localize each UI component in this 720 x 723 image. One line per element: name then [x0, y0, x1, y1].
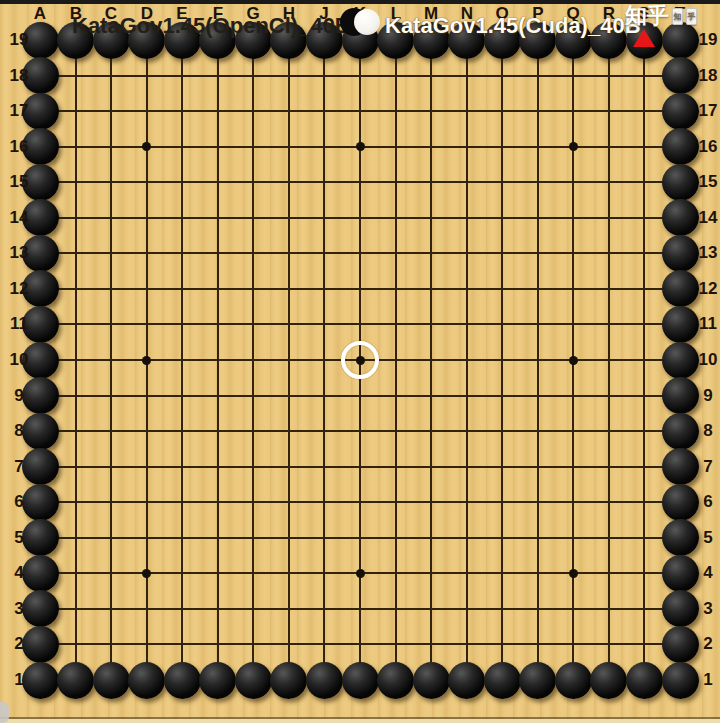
black-stone[interactable]: [199, 662, 236, 699]
intersection[interactable]: [164, 342, 200, 378]
intersection[interactable]: [271, 449, 307, 485]
intersection[interactable]: [378, 129, 414, 165]
intersection[interactable]: [520, 484, 556, 520]
intersection[interactable]: [271, 627, 307, 663]
intersection[interactable]: [93, 449, 129, 485]
intersection[interactable]: [378, 164, 414, 200]
intersection[interactable]: [342, 556, 378, 592]
intersection[interactable]: [378, 93, 414, 129]
intersection[interactable]: [342, 164, 378, 200]
intersection[interactable]: [378, 236, 414, 272]
intersection[interactable]: [58, 342, 94, 378]
intersection[interactable]: [591, 378, 627, 414]
intersection[interactable]: [164, 449, 200, 485]
intersection[interactable]: [556, 342, 592, 378]
intersection[interactable]: [93, 236, 129, 272]
intersection[interactable]: [58, 627, 94, 663]
intersection[interactable]: [58, 449, 94, 485]
intersection[interactable]: [449, 342, 485, 378]
intersection[interactable]: [556, 164, 592, 200]
intersection[interactable]: [129, 342, 165, 378]
intersection[interactable]: [591, 342, 627, 378]
intersection[interactable]: [378, 556, 414, 592]
intersection[interactable]: [236, 58, 272, 94]
intersection[interactable]: [236, 484, 272, 520]
intersection[interactable]: [236, 200, 272, 236]
intersection[interactable]: [58, 93, 94, 129]
intersection[interactable]: [164, 129, 200, 165]
intersection[interactable]: [200, 200, 236, 236]
intersection[interactable]: [556, 378, 592, 414]
intersection[interactable]: [93, 378, 129, 414]
intersection[interactable]: [591, 271, 627, 307]
intersection[interactable]: [520, 271, 556, 307]
intersection[interactable]: [271, 58, 307, 94]
intersection[interactable]: [58, 129, 94, 165]
intersection[interactable]: [58, 591, 94, 627]
intersection[interactable]: [236, 627, 272, 663]
intersection[interactable]: [627, 93, 663, 129]
intersection[interactable]: [627, 413, 663, 449]
intersection[interactable]: [200, 271, 236, 307]
intersection[interactable]: [449, 627, 485, 663]
intersection[interactable]: [520, 520, 556, 556]
intersection[interactable]: [413, 307, 449, 343]
intersection[interactable]: [307, 93, 343, 129]
intersection[interactable]: [556, 627, 592, 663]
intersection[interactable]: [342, 449, 378, 485]
intersection[interactable]: [307, 591, 343, 627]
intersection[interactable]: [164, 93, 200, 129]
intersection[interactable]: [271, 556, 307, 592]
intersection[interactable]: [627, 520, 663, 556]
intersection[interactable]: [93, 413, 129, 449]
intersection[interactable]: [164, 556, 200, 592]
intersection[interactable]: [164, 484, 200, 520]
intersection[interactable]: [342, 200, 378, 236]
intersection[interactable]: [164, 378, 200, 414]
intersection[interactable]: [520, 591, 556, 627]
intersection[interactable]: [93, 93, 129, 129]
black-stone[interactable]: [128, 662, 165, 699]
black-stone[interactable]: [164, 662, 201, 699]
intersection[interactable]: [484, 58, 520, 94]
intersection[interactable]: [342, 591, 378, 627]
intersection[interactable]: [484, 342, 520, 378]
intersection[interactable]: [200, 556, 236, 592]
intersection[interactable]: [93, 200, 129, 236]
intersection[interactable]: [129, 556, 165, 592]
intersection[interactable]: [484, 236, 520, 272]
intersection[interactable]: [627, 484, 663, 520]
black-stone[interactable]: [448, 662, 485, 699]
black-stone[interactable]: [342, 662, 379, 699]
intersection[interactable]: [556, 449, 592, 485]
intersection[interactable]: [129, 307, 165, 343]
intersection[interactable]: [307, 58, 343, 94]
black-stone[interactable]: [590, 662, 627, 699]
intersection[interactable]: [556, 520, 592, 556]
intersection[interactable]: [200, 484, 236, 520]
intersection[interactable]: [93, 164, 129, 200]
intersection[interactable]: [449, 449, 485, 485]
intersection[interactable]: [129, 449, 165, 485]
intersection[interactable]: [129, 378, 165, 414]
intersection[interactable]: [484, 129, 520, 165]
intersection[interactable]: [413, 236, 449, 272]
intersection[interactable]: [413, 378, 449, 414]
intersection[interactable]: [484, 591, 520, 627]
intersection[interactable]: [413, 520, 449, 556]
intersection[interactable]: [591, 556, 627, 592]
intersection[interactable]: [413, 627, 449, 663]
intersection[interactable]: [164, 164, 200, 200]
intersection[interactable]: [520, 129, 556, 165]
intersection[interactable]: [236, 556, 272, 592]
go-board[interactable]: ABCDEFGHJKLMNOPQRST191918181717161615151…: [0, 0, 720, 723]
intersection[interactable]: [413, 591, 449, 627]
intersection[interactable]: [342, 58, 378, 94]
intersection[interactable]: [627, 129, 663, 165]
black-stone[interactable]: [377, 662, 414, 699]
intersection[interactable]: [520, 342, 556, 378]
intersection[interactable]: [627, 449, 663, 485]
intersection[interactable]: [449, 271, 485, 307]
intersection[interactable]: [58, 271, 94, 307]
intersection[interactable]: [627, 307, 663, 343]
black-stone[interactable]: [57, 662, 94, 699]
intersection[interactable]: [236, 342, 272, 378]
intersection[interactable]: [627, 164, 663, 200]
intersection[interactable]: [200, 58, 236, 94]
intersection[interactable]: [449, 200, 485, 236]
intersection[interactable]: [129, 271, 165, 307]
intersection[interactable]: [413, 556, 449, 592]
intersection[interactable]: [449, 484, 485, 520]
intersection[interactable]: [271, 93, 307, 129]
intersection[interactable]: [378, 342, 414, 378]
intersection[interactable]: [484, 378, 520, 414]
intersection[interactable]: [58, 520, 94, 556]
intersection[interactable]: [129, 520, 165, 556]
intersection[interactable]: [591, 200, 627, 236]
intersection[interactable]: [236, 378, 272, 414]
intersection[interactable]: [449, 556, 485, 592]
intersection[interactable]: [271, 342, 307, 378]
intersection[interactable]: [129, 129, 165, 165]
intersection[interactable]: [236, 449, 272, 485]
intersection[interactable]: [307, 484, 343, 520]
intersection[interactable]: [93, 520, 129, 556]
intersection[interactable]: [342, 378, 378, 414]
intersection[interactable]: [307, 236, 343, 272]
intersection[interactable]: [236, 307, 272, 343]
intersection[interactable]: [449, 307, 485, 343]
intersection[interactable]: [271, 164, 307, 200]
intersection[interactable]: [93, 556, 129, 592]
intersection[interactable]: [556, 307, 592, 343]
intersection[interactable]: [58, 484, 94, 520]
intersection[interactable]: [413, 271, 449, 307]
intersection[interactable]: [378, 484, 414, 520]
intersection[interactable]: [556, 236, 592, 272]
intersection[interactable]: [556, 413, 592, 449]
intersection[interactable]: [342, 93, 378, 129]
intersection[interactable]: [413, 164, 449, 200]
intersection[interactable]: [58, 413, 94, 449]
intersection[interactable]: [378, 591, 414, 627]
intersection[interactable]: [556, 484, 592, 520]
intersection[interactable]: [484, 307, 520, 343]
intersection[interactable]: [307, 520, 343, 556]
intersection[interactable]: [378, 449, 414, 485]
intersection[interactable]: [591, 591, 627, 627]
intersection[interactable]: [200, 378, 236, 414]
intersection[interactable]: [200, 342, 236, 378]
intersection[interactable]: [164, 200, 200, 236]
intersection[interactable]: [200, 236, 236, 272]
intersection[interactable]: [378, 307, 414, 343]
intersection[interactable]: [236, 591, 272, 627]
intersection[interactable]: [556, 93, 592, 129]
intersection[interactable]: [627, 342, 663, 378]
intersection[interactable]: [378, 413, 414, 449]
intersection[interactable]: [378, 520, 414, 556]
black-stone[interactable]: [555, 662, 592, 699]
intersection[interactable]: [413, 58, 449, 94]
intersection[interactable]: [236, 93, 272, 129]
intersection[interactable]: [164, 591, 200, 627]
intersection[interactable]: [449, 413, 485, 449]
intersection[interactable]: [164, 271, 200, 307]
intersection[interactable]: [627, 378, 663, 414]
intersection[interactable]: [164, 58, 200, 94]
intersection[interactable]: [627, 591, 663, 627]
intersection[interactable]: [627, 58, 663, 94]
intersection[interactable]: [307, 627, 343, 663]
intersection[interactable]: [591, 58, 627, 94]
intersection[interactable]: [449, 129, 485, 165]
intersection[interactable]: [307, 307, 343, 343]
intersection[interactable]: [449, 236, 485, 272]
intersection[interactable]: [449, 591, 485, 627]
intersection[interactable]: [307, 378, 343, 414]
intersection[interactable]: [556, 591, 592, 627]
black-stone[interactable]: [484, 662, 521, 699]
intersection[interactable]: [413, 413, 449, 449]
intersection[interactable]: [591, 164, 627, 200]
intersection[interactable]: [342, 271, 378, 307]
intersection[interactable]: [449, 164, 485, 200]
intersection[interactable]: [129, 236, 165, 272]
intersection[interactable]: [307, 200, 343, 236]
intersection[interactable]: [520, 164, 556, 200]
intersection[interactable]: [236, 129, 272, 165]
intersection[interactable]: [164, 520, 200, 556]
intersection[interactable]: [271, 200, 307, 236]
intersection[interactable]: [271, 236, 307, 272]
intersection[interactable]: [58, 378, 94, 414]
intersection[interactable]: [484, 164, 520, 200]
intersection[interactable]: [307, 342, 343, 378]
intersection[interactable]: [449, 93, 485, 129]
intersection[interactable]: [271, 591, 307, 627]
intersection[interactable]: [58, 200, 94, 236]
intersection[interactable]: [200, 449, 236, 485]
intersection[interactable]: [484, 449, 520, 485]
intersection[interactable]: [200, 627, 236, 663]
intersection[interactable]: [271, 307, 307, 343]
intersection[interactable]: [449, 520, 485, 556]
intersection[interactable]: [413, 93, 449, 129]
intersection[interactable]: [164, 307, 200, 343]
intersection[interactable]: [129, 484, 165, 520]
intersection[interactable]: [484, 484, 520, 520]
intersection[interactable]: [556, 556, 592, 592]
intersection[interactable]: [342, 627, 378, 663]
intersection[interactable]: [556, 129, 592, 165]
intersection[interactable]: [307, 449, 343, 485]
intersection[interactable]: [271, 129, 307, 165]
intersection[interactable]: [307, 556, 343, 592]
intersection[interactable]: [520, 627, 556, 663]
intersection[interactable]: [520, 307, 556, 343]
intersection[interactable]: [484, 93, 520, 129]
intersection[interactable]: [129, 627, 165, 663]
intersection[interactable]: [200, 93, 236, 129]
intersection[interactable]: [342, 413, 378, 449]
intersection[interactable]: [307, 271, 343, 307]
intersection[interactable]: [378, 200, 414, 236]
intersection[interactable]: [484, 200, 520, 236]
intersection[interactable]: [627, 627, 663, 663]
intersection[interactable]: [413, 484, 449, 520]
intersection[interactable]: [627, 271, 663, 307]
intersection[interactable]: [484, 556, 520, 592]
intersection[interactable]: [307, 413, 343, 449]
intersection[interactable]: [556, 200, 592, 236]
intersection[interactable]: [129, 200, 165, 236]
intersection[interactable]: [58, 164, 94, 200]
black-stone[interactable]: [306, 662, 343, 699]
intersection[interactable]: [200, 164, 236, 200]
intersection[interactable]: [520, 378, 556, 414]
intersection[interactable]: [520, 413, 556, 449]
black-stone[interactable]: [626, 662, 663, 699]
intersection[interactable]: [129, 591, 165, 627]
intersection[interactable]: [591, 236, 627, 272]
intersection[interactable]: [307, 164, 343, 200]
intersection[interactable]: [520, 93, 556, 129]
intersection[interactable]: [484, 413, 520, 449]
intersection[interactable]: [484, 520, 520, 556]
intersection[interactable]: [591, 520, 627, 556]
intersection[interactable]: [378, 378, 414, 414]
intersection[interactable]: [93, 627, 129, 663]
intersection[interactable]: [164, 413, 200, 449]
intersection[interactable]: [200, 413, 236, 449]
intersection[interactable]: [236, 236, 272, 272]
intersection[interactable]: [591, 129, 627, 165]
intersection[interactable]: [591, 307, 627, 343]
intersection[interactable]: [58, 58, 94, 94]
intersection[interactable]: [520, 200, 556, 236]
intersection[interactable]: [342, 484, 378, 520]
intersection[interactable]: [93, 129, 129, 165]
intersection[interactable]: [58, 236, 94, 272]
black-stone[interactable]: [235, 662, 272, 699]
intersection[interactable]: [591, 449, 627, 485]
intersection[interactable]: [378, 271, 414, 307]
black-stone[interactable]: [413, 662, 450, 699]
intersection[interactable]: [236, 271, 272, 307]
intersection[interactable]: [591, 93, 627, 129]
intersection[interactable]: [307, 129, 343, 165]
intersection[interactable]: [413, 342, 449, 378]
intersection[interactable]: [200, 129, 236, 165]
intersection[interactable]: [129, 164, 165, 200]
black-stone[interactable]: [93, 662, 130, 699]
intersection[interactable]: [93, 342, 129, 378]
intersection[interactable]: [93, 58, 129, 94]
intersection[interactable]: [449, 378, 485, 414]
intersection[interactable]: [449, 58, 485, 94]
intersection[interactable]: [556, 58, 592, 94]
intersection[interactable]: [93, 271, 129, 307]
intersection[interactable]: [271, 520, 307, 556]
intersection[interactable]: [271, 271, 307, 307]
intersection[interactable]: [627, 236, 663, 272]
intersection[interactable]: [591, 627, 627, 663]
intersection[interactable]: [342, 307, 378, 343]
intersection[interactable]: [164, 236, 200, 272]
intersection[interactable]: [342, 236, 378, 272]
intersection[interactable]: [236, 520, 272, 556]
intersection[interactable]: [200, 591, 236, 627]
intersection[interactable]: [129, 413, 165, 449]
intersection[interactable]: [200, 520, 236, 556]
intersection[interactable]: [58, 556, 94, 592]
intersection[interactable]: [556, 271, 592, 307]
intersection[interactable]: [591, 484, 627, 520]
intersection[interactable]: [93, 591, 129, 627]
intersection[interactable]: [520, 236, 556, 272]
intersection[interactable]: [342, 129, 378, 165]
intersection[interactable]: [378, 58, 414, 94]
intersection[interactable]: [129, 58, 165, 94]
intersection[interactable]: [93, 484, 129, 520]
intersection[interactable]: [627, 200, 663, 236]
intersection[interactable]: [413, 200, 449, 236]
intersection[interactable]: [627, 556, 663, 592]
intersection[interactable]: [271, 413, 307, 449]
intersection[interactable]: [93, 307, 129, 343]
intersection[interactable]: [271, 484, 307, 520]
intersection[interactable]: [484, 271, 520, 307]
black-stone[interactable]: [270, 662, 307, 699]
intersection[interactable]: [200, 307, 236, 343]
intersection[interactable]: [236, 413, 272, 449]
intersection[interactable]: [164, 627, 200, 663]
intersection[interactable]: [129, 93, 165, 129]
intersection[interactable]: [520, 58, 556, 94]
intersection[interactable]: [520, 449, 556, 485]
intersection[interactable]: [520, 556, 556, 592]
intersection[interactable]: [591, 413, 627, 449]
intersection[interactable]: [342, 520, 378, 556]
black-stone[interactable]: [519, 662, 556, 699]
intersection[interactable]: [413, 129, 449, 165]
